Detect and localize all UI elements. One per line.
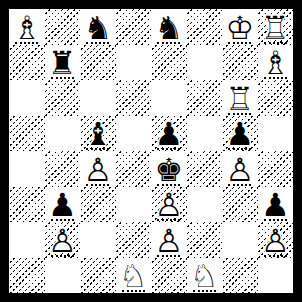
square-f6[interactable] [187, 80, 223, 116]
square-h5[interactable] [258, 116, 294, 152]
white-pawn-icon: ♙ [48, 224, 77, 256]
square-e8[interactable]: ♞♞ [151, 9, 187, 45]
square-b6[interactable] [45, 80, 81, 116]
square-f3[interactable] [187, 187, 223, 223]
square-e1[interactable] [151, 258, 187, 294]
black-pawn-icon: ♟ [225, 118, 254, 150]
piece-white-king[interactable]: ♚♔ [222, 10, 258, 45]
piece-white-rook[interactable]: ♜♖ [222, 81, 258, 116]
square-b1[interactable] [45, 258, 81, 294]
square-d4[interactable] [116, 151, 152, 187]
square-g7[interactable] [222, 45, 258, 81]
square-g4[interactable]: ♟♙ [222, 151, 258, 187]
square-f8[interactable] [187, 9, 223, 45]
square-h1[interactable] [258, 258, 294, 294]
piece-black-bishop[interactable]: ♝♝ [80, 116, 116, 151]
piece-white-knight[interactable]: ♞♘ [187, 258, 223, 293]
white-bishop-icon: ♗ [261, 47, 290, 79]
square-g1[interactable] [222, 258, 258, 294]
square-g2[interactable] [222, 222, 258, 258]
piece-white-pawn[interactable]: ♟♙ [45, 223, 81, 258]
square-d5[interactable] [116, 116, 152, 152]
white-pawn-icon: ♙ [154, 224, 183, 256]
square-e2[interactable]: ♟♙ [151, 222, 187, 258]
square-c2[interactable] [80, 222, 116, 258]
square-g5[interactable]: ♟♟ [222, 116, 258, 152]
piece-white-pawn[interactable]: ♟♙ [151, 223, 187, 258]
white-pawn-icon: ♙ [154, 189, 183, 221]
square-f1[interactable]: ♞♘ [187, 258, 223, 294]
piece-white-rook[interactable]: ♜♖ [258, 10, 294, 45]
black-bishop-icon: ♝ [83, 118, 112, 150]
square-a3[interactable] [9, 187, 45, 223]
square-d1[interactable]: ♞♘ [116, 258, 152, 294]
piece-white-pawn[interactable]: ♟♙ [80, 152, 116, 187]
white-pawn-icon: ♙ [261, 224, 290, 256]
square-b3[interactable]: ♟♟ [45, 187, 81, 223]
black-king-icon: ♚ [154, 153, 183, 185]
white-rook-icon: ♖ [225, 82, 254, 114]
square-c1[interactable] [80, 258, 116, 294]
square-g8[interactable]: ♚♔ [222, 9, 258, 45]
square-h3[interactable]: ♟♟ [258, 187, 294, 223]
square-a7[interactable] [9, 45, 45, 81]
square-d2[interactable] [116, 222, 152, 258]
square-f7[interactable] [187, 45, 223, 81]
piece-black-pawn[interactable]: ♟♟ [45, 187, 81, 222]
square-h2[interactable]: ♟♙ [258, 222, 294, 258]
square-h6[interactable] [258, 80, 294, 116]
square-a6[interactable] [9, 80, 45, 116]
black-rook-icon: ♜ [48, 47, 77, 79]
square-c4[interactable]: ♟♙ [80, 151, 116, 187]
square-a1[interactable] [9, 258, 45, 294]
square-b5[interactable] [45, 116, 81, 152]
square-h7[interactable]: ♝♗ [258, 45, 294, 81]
square-g3[interactable] [222, 187, 258, 223]
chess-board: ♝♗♞♞♞♞♚♔♜♖♜♜♝♗♜♖♝♝♟♟♟♟♟♙♚♚♟♙♟♟♟♙♟♟♟♙♟♙♟♙… [9, 9, 293, 293]
piece-white-pawn[interactable]: ♟♙ [222, 152, 258, 187]
square-e7[interactable] [151, 45, 187, 81]
square-f4[interactable] [187, 151, 223, 187]
white-pawn-icon: ♙ [83, 153, 112, 185]
piece-black-knight[interactable]: ♞♞ [151, 10, 187, 45]
piece-white-knight[interactable]: ♞♘ [116, 258, 152, 293]
square-e3[interactable]: ♟♙ [151, 187, 187, 223]
square-d3[interactable] [116, 187, 152, 223]
square-b7[interactable]: ♜♜ [45, 45, 81, 81]
square-c5[interactable]: ♝♝ [80, 116, 116, 152]
square-a5[interactable] [9, 116, 45, 152]
black-knight-icon: ♞ [83, 11, 112, 43]
square-g6[interactable]: ♜♖ [222, 80, 258, 116]
black-pawn-icon: ♟ [261, 189, 290, 221]
square-d8[interactable] [116, 9, 152, 45]
white-pawn-icon: ♙ [225, 153, 254, 185]
piece-black-pawn[interactable]: ♟♟ [222, 116, 258, 151]
piece-black-pawn[interactable]: ♟♟ [151, 116, 187, 151]
square-e5[interactable]: ♟♟ [151, 116, 187, 152]
black-knight-icon: ♞ [154, 11, 183, 43]
piece-black-knight[interactable]: ♞♞ [80, 10, 116, 45]
square-c7[interactable] [80, 45, 116, 81]
square-f5[interactable] [187, 116, 223, 152]
piece-black-rook[interactable]: ♜♜ [45, 45, 81, 80]
square-b2[interactable]: ♟♙ [45, 222, 81, 258]
square-e6[interactable] [151, 80, 187, 116]
piece-black-king[interactable]: ♚♚ [151, 152, 187, 187]
square-f2[interactable] [187, 222, 223, 258]
white-knight-icon: ♘ [119, 260, 148, 292]
white-bishop-icon: ♗ [12, 11, 41, 43]
board-frame: ♝♗♞♞♞♞♚♔♜♖♜♜♝♗♜♖♝♝♟♟♟♟♟♙♚♚♟♙♟♟♟♙♟♟♟♙♟♙♟♙… [0, 0, 302, 302]
piece-white-bishop[interactable]: ♝♗ [9, 10, 45, 45]
square-h8[interactable]: ♜♖ [258, 9, 294, 45]
piece-white-pawn[interactable]: ♟♙ [151, 187, 187, 222]
square-a4[interactable] [9, 151, 45, 187]
square-b8[interactable] [45, 9, 81, 45]
white-knight-icon: ♘ [190, 260, 219, 292]
piece-black-pawn[interactable]: ♟♟ [258, 187, 294, 222]
square-b4[interactable] [45, 151, 81, 187]
square-e4[interactable]: ♚♚ [151, 151, 187, 187]
piece-white-pawn[interactable]: ♟♙ [258, 223, 294, 258]
square-h4[interactable] [258, 151, 294, 187]
square-d6[interactable] [116, 80, 152, 116]
square-c6[interactable] [80, 80, 116, 116]
black-pawn-icon: ♟ [48, 189, 77, 221]
white-king-icon: ♔ [225, 11, 254, 43]
square-c8[interactable]: ♞♞ [80, 9, 116, 45]
black-pawn-icon: ♟ [154, 118, 183, 150]
white-rook-icon: ♖ [261, 11, 290, 43]
square-d7[interactable] [116, 45, 152, 81]
square-a2[interactable] [9, 222, 45, 258]
square-c3[interactable] [80, 187, 116, 223]
square-a8[interactable]: ♝♗ [9, 9, 45, 45]
piece-white-bishop[interactable]: ♝♗ [258, 45, 294, 80]
